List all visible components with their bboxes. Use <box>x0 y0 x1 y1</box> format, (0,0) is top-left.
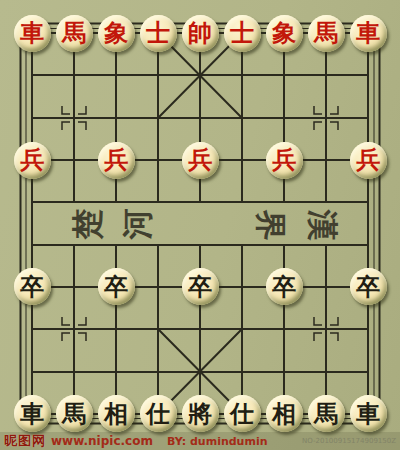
board-point[interactable] <box>11 181 53 223</box>
piece-black-elephant[interactable]: 相 <box>98 395 135 432</box>
board-point[interactable]: 馬 <box>53 393 95 435</box>
board-point[interactable] <box>347 223 389 265</box>
piece-black-advisor[interactable]: 仕 <box>224 395 261 432</box>
board-point[interactable] <box>221 54 263 96</box>
board-point[interactable] <box>305 266 347 308</box>
board-point[interactable] <box>263 97 305 139</box>
board-point[interactable]: 卒 <box>179 266 221 308</box>
board-point[interactable] <box>347 54 389 96</box>
piece-red-soldier[interactable]: 兵 <box>98 142 135 179</box>
board-point[interactable] <box>11 350 53 392</box>
piece-red-elephant[interactable]: 象 <box>266 15 303 52</box>
board-point[interactable] <box>137 266 179 308</box>
watermark-site-name: 昵图网 <box>4 432 46 450</box>
piece-red-horse[interactable]: 馬 <box>56 15 93 52</box>
board-point[interactable]: 卒 <box>11 266 53 308</box>
board-point[interactable]: 卒 <box>95 266 137 308</box>
board-point[interactable]: 帥 <box>179 12 221 54</box>
board-point[interactable]: 馬 <box>305 393 347 435</box>
board-point[interactable] <box>95 181 137 223</box>
board-point[interactable] <box>305 54 347 96</box>
piece-black-horse[interactable]: 馬 <box>56 395 93 432</box>
piece-red-horse[interactable]: 馬 <box>308 15 345 52</box>
board-point[interactable] <box>263 223 305 265</box>
board-point[interactable] <box>347 350 389 392</box>
board-point[interactable] <box>11 308 53 350</box>
piece-red-advisor[interactable]: 士 <box>224 15 261 52</box>
board-point[interactable]: 兵 <box>179 139 221 181</box>
watermark-serial: NO-20100915174909150Z <box>302 437 396 445</box>
board-point[interactable]: 相 <box>95 393 137 435</box>
board-point[interactable] <box>305 97 347 139</box>
piece-black-soldier[interactable]: 卒 <box>266 268 303 305</box>
piece-black-soldier[interactable]: 卒 <box>182 268 219 305</box>
board-point[interactable]: 卒 <box>347 266 389 308</box>
board-point[interactable] <box>53 308 95 350</box>
piece-red-soldier[interactable]: 兵 <box>182 142 219 179</box>
board-point[interactable] <box>263 350 305 392</box>
board-point[interactable]: 兵 <box>263 139 305 181</box>
board-point[interactable] <box>53 266 95 308</box>
piece-red-soldier[interactable]: 兵 <box>14 142 51 179</box>
board-point[interactable] <box>179 181 221 223</box>
board-point[interactable] <box>137 223 179 265</box>
piece-black-chariot[interactable]: 車 <box>14 395 51 432</box>
piece-red-general[interactable]: 帥 <box>182 15 219 52</box>
board-point[interactable] <box>221 97 263 139</box>
board-point[interactable] <box>179 54 221 96</box>
piece-black-horse[interactable]: 馬 <box>308 395 345 432</box>
board-point[interactable]: 兵 <box>347 139 389 181</box>
board-point[interactable]: 馬 <box>305 12 347 54</box>
piece-red-chariot[interactable]: 車 <box>14 15 51 52</box>
board-point[interactable] <box>11 97 53 139</box>
piece-black-chariot[interactable]: 車 <box>350 395 387 432</box>
board-point[interactable] <box>347 308 389 350</box>
board-point[interactable] <box>347 97 389 139</box>
board-point[interactable]: 兵 <box>95 139 137 181</box>
board-point[interactable] <box>179 350 221 392</box>
board-point[interactable] <box>221 308 263 350</box>
board-point[interactable] <box>137 97 179 139</box>
board-point[interactable]: 象 <box>95 12 137 54</box>
board-point[interactable] <box>305 181 347 223</box>
board-point[interactable] <box>95 350 137 392</box>
piece-red-soldier[interactable]: 兵 <box>350 142 387 179</box>
board-point[interactable] <box>179 308 221 350</box>
board-point[interactable] <box>221 223 263 265</box>
piece-black-advisor[interactable]: 仕 <box>140 395 177 432</box>
piece-black-soldier[interactable]: 卒 <box>350 268 387 305</box>
board-point[interactable] <box>179 97 221 139</box>
piece-red-chariot[interactable]: 車 <box>350 15 387 52</box>
board-point[interactable] <box>53 139 95 181</box>
board-point[interactable]: 車 <box>347 12 389 54</box>
board-point[interactable] <box>305 223 347 265</box>
board-point[interactable] <box>53 350 95 392</box>
board-point[interactable] <box>95 223 137 265</box>
board-point[interactable]: 象 <box>263 12 305 54</box>
board-point[interactable] <box>137 350 179 392</box>
board-point[interactable] <box>137 181 179 223</box>
board-point[interactable] <box>53 97 95 139</box>
piece-grid: 車馬象士帥士象馬車兵兵兵兵兵卒卒卒卒卒車馬相仕將仕相馬車 <box>11 12 389 435</box>
watermark-bar: 昵图网 www.nipic.com BY: dumindumin NO-2010… <box>0 432 400 450</box>
board-point[interactable] <box>305 350 347 392</box>
board-point[interactable] <box>95 97 137 139</box>
board-point[interactable]: 車 <box>11 12 53 54</box>
board-point[interactable]: 車 <box>347 393 389 435</box>
board-point[interactable] <box>221 139 263 181</box>
board-point[interactable] <box>11 223 53 265</box>
board-point[interactable] <box>221 350 263 392</box>
board-point[interactable]: 將 <box>179 393 221 435</box>
piece-black-soldier[interactable]: 卒 <box>14 268 51 305</box>
board-point[interactable] <box>305 139 347 181</box>
board-point[interactable]: 兵 <box>11 139 53 181</box>
board-point[interactable] <box>11 54 53 96</box>
board-point[interactable] <box>137 139 179 181</box>
board-point[interactable] <box>53 181 95 223</box>
piece-red-advisor[interactable]: 士 <box>140 15 177 52</box>
board-point[interactable] <box>53 223 95 265</box>
board-point[interactable] <box>95 54 137 96</box>
board-point[interactable]: 卒 <box>263 266 305 308</box>
board-point[interactable] <box>179 223 221 265</box>
board-point[interactable]: 車 <box>11 393 53 435</box>
board-point[interactable] <box>263 308 305 350</box>
board-point[interactable] <box>347 181 389 223</box>
board-point[interactable] <box>95 308 137 350</box>
board-point[interactable]: 仕 <box>137 393 179 435</box>
board-point[interactable] <box>137 308 179 350</box>
piece-black-general[interactable]: 將 <box>182 395 219 432</box>
piece-red-elephant[interactable]: 象 <box>98 15 135 52</box>
board-point[interactable]: 馬 <box>53 12 95 54</box>
board-point[interactable]: 仕 <box>221 393 263 435</box>
piece-black-elephant[interactable]: 相 <box>266 395 303 432</box>
piece-red-soldier[interactable]: 兵 <box>266 142 303 179</box>
board-point[interactable] <box>137 54 179 96</box>
board-point[interactable]: 士 <box>221 12 263 54</box>
board-point[interactable] <box>305 308 347 350</box>
board-point[interactable] <box>221 181 263 223</box>
board-point[interactable] <box>263 54 305 96</box>
watermark-credit: BY: dumindumin <box>167 435 268 448</box>
piece-black-soldier[interactable]: 卒 <box>98 268 135 305</box>
board-point[interactable] <box>53 54 95 96</box>
board-point[interactable] <box>221 266 263 308</box>
board-point[interactable] <box>263 181 305 223</box>
watermark-site-url: www.nipic.com <box>51 434 153 448</box>
board-point[interactable]: 士 <box>137 12 179 54</box>
board-point[interactable]: 相 <box>263 393 305 435</box>
xiangqi-board: 楚 河 界 漢 車馬象士帥士象馬車兵兵兵兵兵卒卒卒卒卒車馬相仕將仕相馬車 昵图网… <box>0 0 400 450</box>
